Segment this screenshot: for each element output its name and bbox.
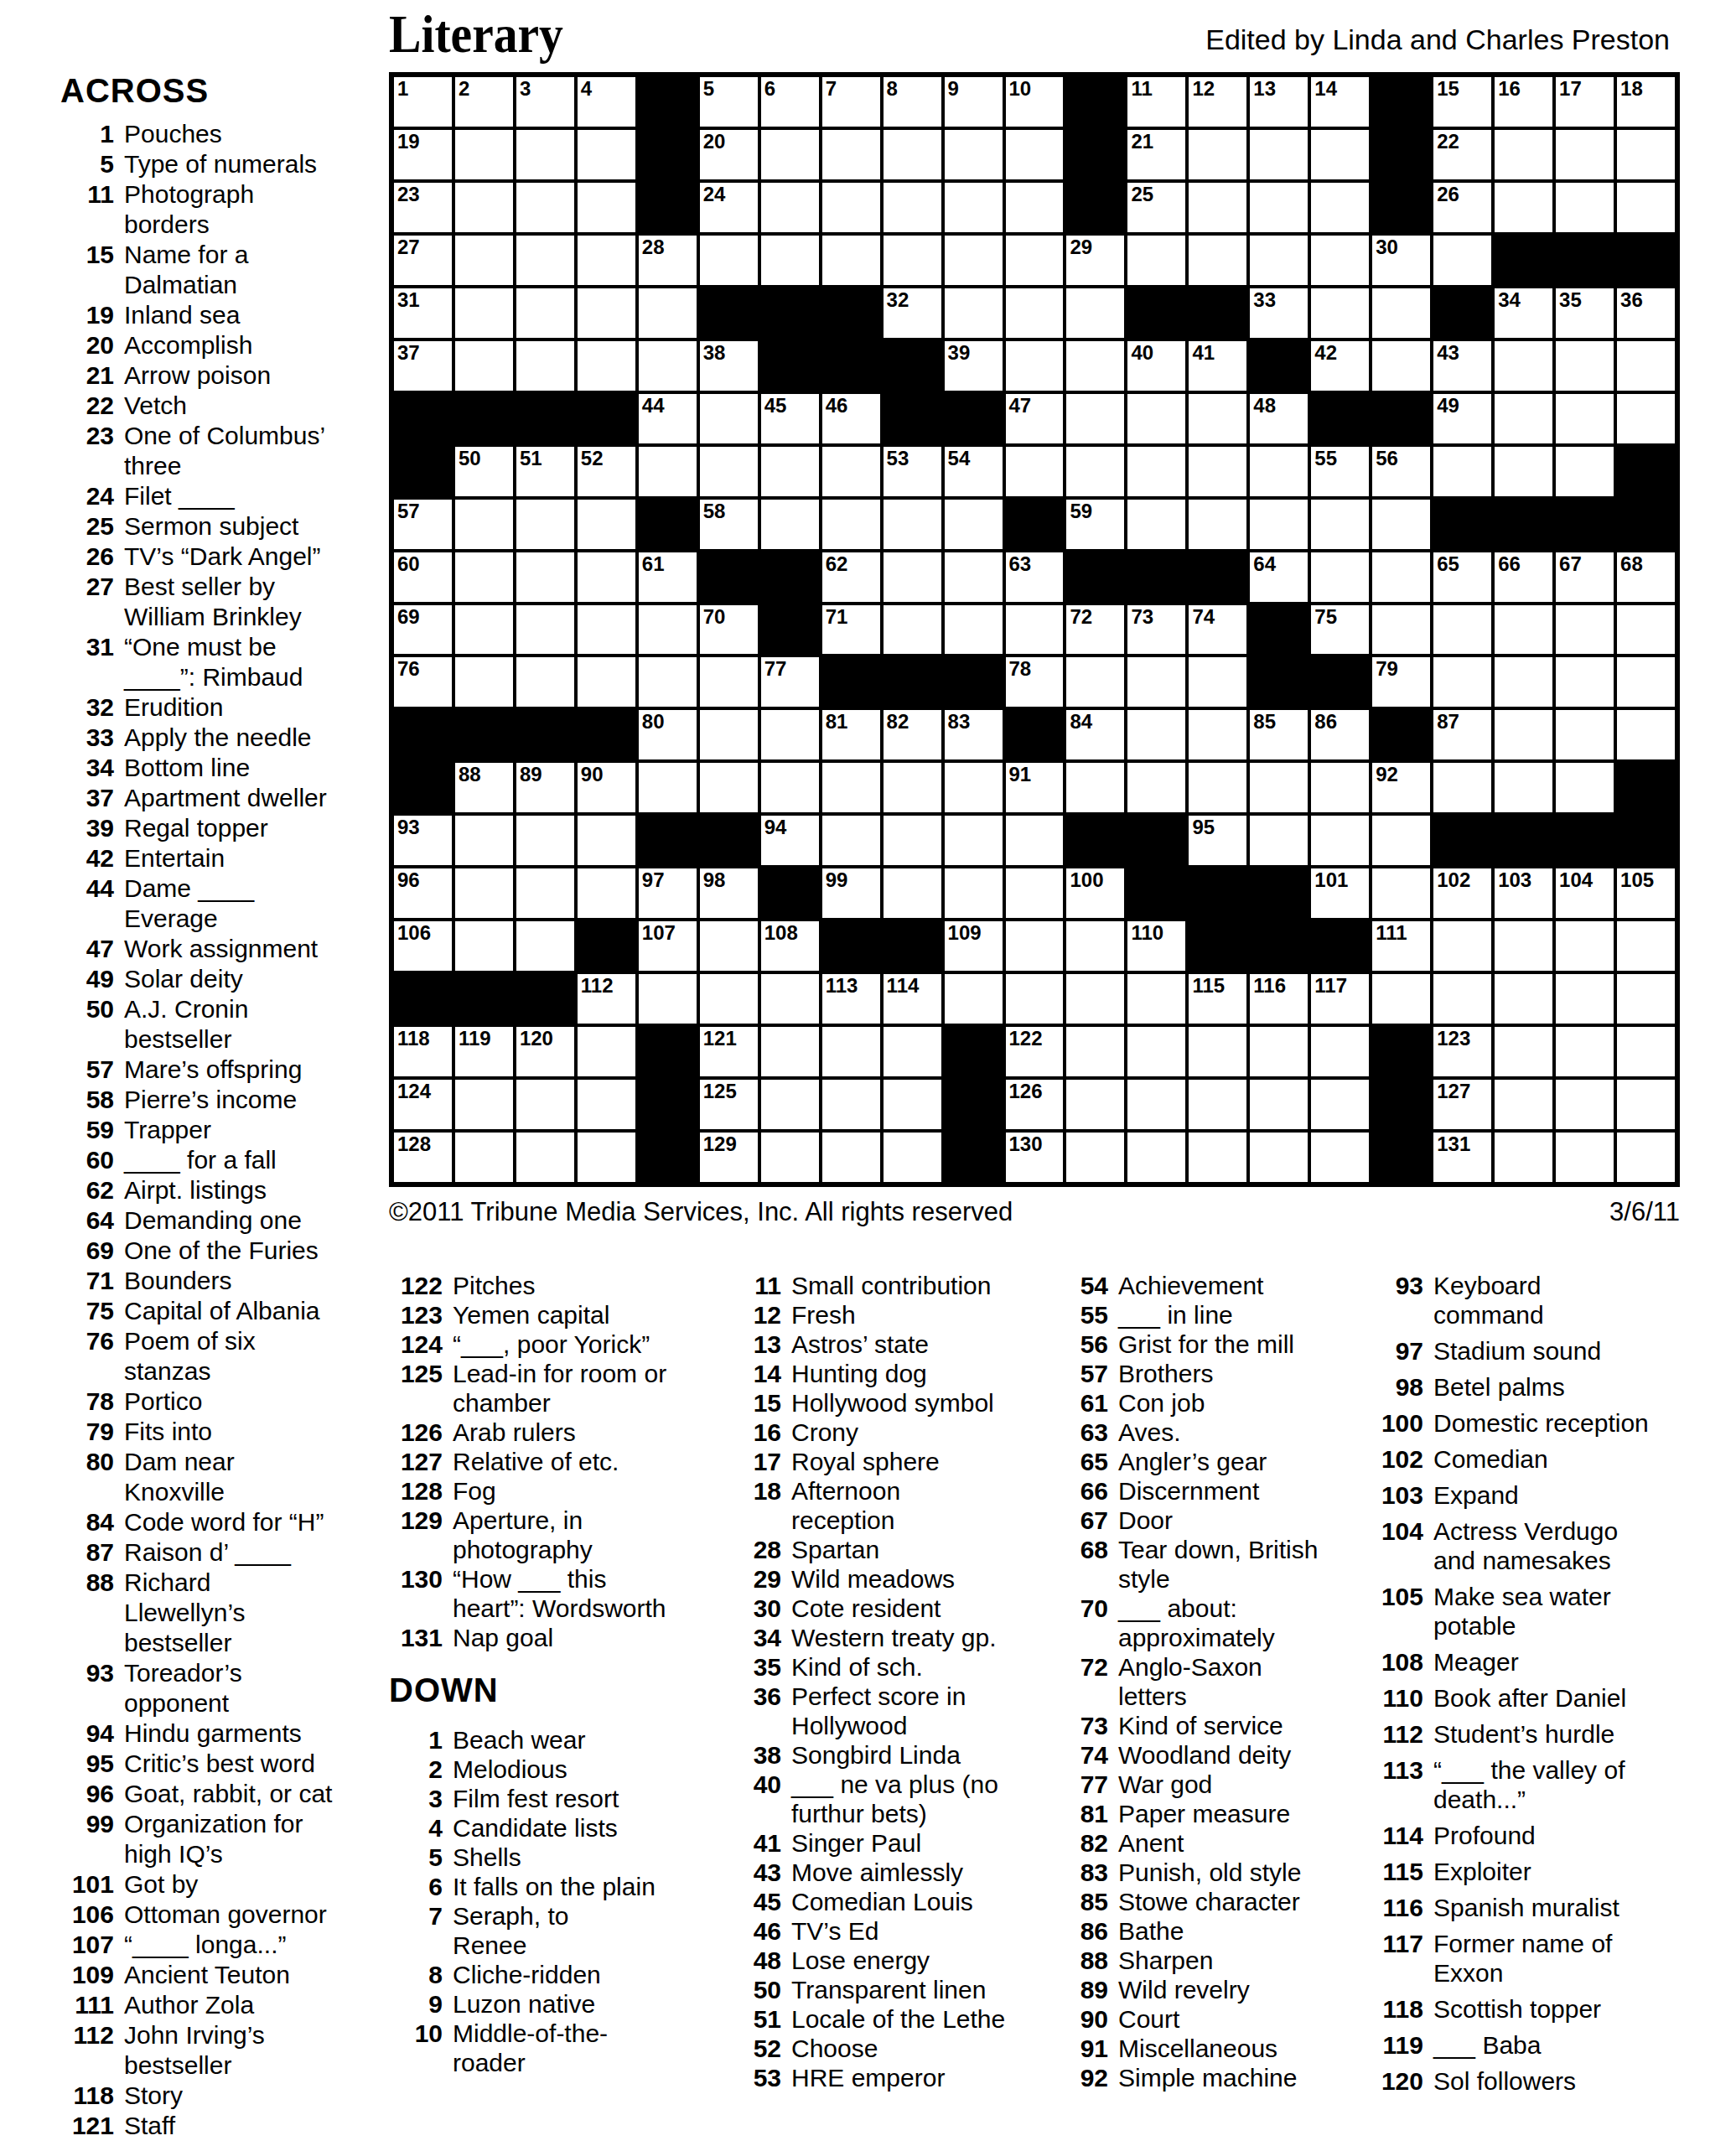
grid-cell-r6c16[interactable]: 42 (1311, 341, 1369, 391)
grid-cell-r9c17[interactable] (1372, 500, 1430, 549)
grid-cell-r10c5[interactable]: 61 (639, 552, 697, 602)
grid-cell-r19c2[interactable]: 119 (455, 1027, 513, 1076)
grid-cell-r17c17[interactable]: 111 (1372, 921, 1430, 971)
grid-cell-r14c6[interactable] (700, 763, 758, 812)
grid-cell-r8c7[interactable] (761, 447, 819, 496)
grid-cell-r16c6[interactable]: 98 (700, 868, 758, 918)
grid-cell-r2c16[interactable] (1311, 130, 1369, 179)
grid-cell-r11c5[interactable] (639, 605, 697, 655)
grid-cell-r11c21[interactable] (1617, 605, 1675, 655)
grid-cell-r20c8[interactable] (822, 1080, 880, 1129)
grid-cell-r21c6[interactable]: 129 (700, 1133, 758, 1182)
grid-cell-r1c16[interactable]: 14 (1311, 77, 1369, 127)
grid-cell-r13c9[interactable]: 82 (884, 710, 941, 759)
grid-cell-r10c16[interactable] (1311, 552, 1369, 602)
grid-cell-r21c16[interactable] (1311, 1133, 1369, 1182)
grid-cell-r6c20[interactable] (1556, 341, 1614, 391)
grid-cell-r19c4[interactable] (578, 1027, 635, 1076)
grid-cell-r14c14[interactable] (1189, 763, 1246, 812)
grid-cell-r4c7[interactable] (761, 236, 819, 285)
grid-cell-r3c15[interactable] (1250, 183, 1308, 232)
grid-cell-r9c13[interactable] (1127, 500, 1185, 549)
grid-cell-r10c9[interactable] (884, 552, 941, 602)
grid-cell-r1c6[interactable]: 5 (700, 77, 758, 127)
grid-cell-r7c6[interactable] (700, 394, 758, 443)
grid-cell-r20c2[interactable] (455, 1080, 513, 1129)
grid-cell-r21c15[interactable] (1250, 1133, 1308, 1182)
grid-cell-r19c15[interactable] (1250, 1027, 1308, 1076)
grid-cell-r17c11[interactable] (1006, 921, 1064, 971)
grid-cell-r20c12[interactable] (1066, 1080, 1124, 1129)
grid-cell-r13c6[interactable] (700, 710, 758, 759)
grid-cell-r21c20[interactable] (1556, 1133, 1614, 1182)
grid-cell-r15c17[interactable] (1372, 816, 1430, 865)
grid-cell-r13c7[interactable] (761, 710, 819, 759)
grid-cell-r8c3[interactable]: 51 (516, 447, 574, 496)
grid-cell-r20c3[interactable] (516, 1080, 574, 1129)
grid-cell-r5c2[interactable] (455, 288, 513, 338)
grid-cell-r13c15[interactable]: 85 (1250, 710, 1308, 759)
grid-cell-r16c8[interactable]: 99 (822, 868, 880, 918)
grid-cell-r18c12[interactable] (1066, 974, 1124, 1024)
grid-cell-r15c16[interactable] (1311, 816, 1369, 865)
grid-cell-r4c14[interactable] (1189, 236, 1246, 285)
grid-cell-r12c6[interactable] (700, 657, 758, 707)
grid-cell-r7c19[interactable] (1495, 394, 1552, 443)
grid-cell-r17c13[interactable]: 110 (1127, 921, 1185, 971)
grid-cell-r5c12[interactable] (1066, 288, 1124, 338)
grid-cell-r14c9[interactable] (884, 763, 941, 812)
grid-cell-r17c3[interactable] (516, 921, 574, 971)
grid-cell-r4c8[interactable] (822, 236, 880, 285)
grid-cell-r16c11[interactable] (1006, 868, 1064, 918)
grid-cell-r5c4[interactable] (578, 288, 635, 338)
grid-cell-r5c1[interactable]: 31 (394, 288, 452, 338)
grid-cell-r12c13[interactable] (1127, 657, 1185, 707)
grid-cell-r4c18[interactable] (1433, 236, 1491, 285)
grid-cell-r8c9[interactable]: 53 (884, 447, 941, 496)
grid-cell-r10c21[interactable]: 68 (1617, 552, 1675, 602)
grid-cell-r18c10[interactable] (945, 974, 1003, 1024)
grid-cell-r14c10[interactable] (945, 763, 1003, 812)
grid-cell-r20c20[interactable] (1556, 1080, 1614, 1129)
grid-cell-r9c2[interactable] (455, 500, 513, 549)
grid-cell-r5c15[interactable]: 33 (1250, 288, 1308, 338)
grid-cell-r11c18[interactable] (1433, 605, 1491, 655)
grid-cell-r13c5[interactable]: 80 (639, 710, 697, 759)
grid-cell-r9c9[interactable] (884, 500, 941, 549)
grid-cell-r20c16[interactable] (1311, 1080, 1369, 1129)
grid-cell-r11c8[interactable]: 71 (822, 605, 880, 655)
grid-cell-r12c21[interactable] (1617, 657, 1675, 707)
grid-cell-r5c19[interactable]: 34 (1495, 288, 1552, 338)
grid-cell-r8c16[interactable]: 55 (1311, 447, 1369, 496)
grid-cell-r11c16[interactable]: 75 (1311, 605, 1369, 655)
grid-cell-r8c17[interactable]: 56 (1372, 447, 1430, 496)
grid-cell-r9c15[interactable] (1250, 500, 1308, 549)
grid-cell-r6c5[interactable] (639, 341, 697, 391)
grid-cell-r5c3[interactable] (516, 288, 574, 338)
grid-cell-r16c19[interactable]: 103 (1495, 868, 1552, 918)
grid-cell-r3c8[interactable] (822, 183, 880, 232)
grid-cell-r4c3[interactable] (516, 236, 574, 285)
grid-cell-r1c14[interactable]: 12 (1189, 77, 1246, 127)
grid-cell-r9c6[interactable]: 58 (700, 500, 758, 549)
grid-cell-r21c18[interactable]: 131 (1433, 1133, 1491, 1182)
grid-cell-r1c15[interactable]: 13 (1250, 77, 1308, 127)
grid-cell-r18c5[interactable] (639, 974, 697, 1024)
grid-cell-r2c7[interactable] (761, 130, 819, 179)
grid-cell-r12c5[interactable] (639, 657, 697, 707)
grid-cell-r21c8[interactable] (822, 1133, 880, 1182)
grid-cell-r5c11[interactable] (1006, 288, 1064, 338)
grid-cell-r4c6[interactable] (700, 236, 758, 285)
grid-cell-r6c2[interactable] (455, 341, 513, 391)
grid-cell-r16c3[interactable] (516, 868, 574, 918)
grid-cell-r8c19[interactable] (1495, 447, 1552, 496)
grid-cell-r16c12[interactable]: 100 (1066, 868, 1124, 918)
grid-cell-r7c21[interactable] (1617, 394, 1675, 443)
grid-cell-r17c7[interactable]: 108 (761, 921, 819, 971)
grid-cell-r21c2[interactable] (455, 1133, 513, 1182)
grid-cell-r3c13[interactable]: 25 (1127, 183, 1185, 232)
grid-cell-r17c18[interactable] (1433, 921, 1491, 971)
grid-cell-r13c19[interactable] (1495, 710, 1552, 759)
grid-cell-r13c14[interactable] (1189, 710, 1246, 759)
grid-cell-r18c18[interactable] (1433, 974, 1491, 1024)
grid-cell-r14c2[interactable]: 88 (455, 763, 513, 812)
grid-cell-r11c4[interactable] (578, 605, 635, 655)
grid-cell-r3c3[interactable] (516, 183, 574, 232)
grid-cell-r1c13[interactable]: 11 (1127, 77, 1185, 127)
grid-cell-r4c5[interactable]: 28 (639, 236, 697, 285)
grid-cell-r18c9[interactable]: 114 (884, 974, 941, 1024)
grid-cell-r11c1[interactable]: 69 (394, 605, 452, 655)
grid-cell-r8c15[interactable] (1250, 447, 1308, 496)
grid-cell-r8c6[interactable] (700, 447, 758, 496)
grid-cell-r11c12[interactable]: 72 (1066, 605, 1124, 655)
grid-cell-r19c6[interactable]: 121 (700, 1027, 758, 1076)
grid-cell-r12c12[interactable] (1066, 657, 1124, 707)
grid-cell-r7c11[interactable]: 47 (1006, 394, 1064, 443)
grid-cell-r21c13[interactable] (1127, 1133, 1185, 1182)
grid-cell-r8c8[interactable] (822, 447, 880, 496)
grid-cell-r13c13[interactable] (1127, 710, 1185, 759)
grid-cell-r7c7[interactable]: 45 (761, 394, 819, 443)
grid-cell-r5c20[interactable]: 35 (1556, 288, 1614, 338)
grid-cell-r13c8[interactable]: 81 (822, 710, 880, 759)
grid-cell-r12c14[interactable] (1189, 657, 1246, 707)
grid-cell-r3c7[interactable] (761, 183, 819, 232)
grid-cell-r3c1[interactable]: 23 (394, 183, 452, 232)
grid-cell-r9c16[interactable] (1311, 500, 1369, 549)
grid-cell-r20c14[interactable] (1189, 1080, 1246, 1129)
grid-cell-r11c10[interactable] (945, 605, 1003, 655)
grid-cell-r19c1[interactable]: 118 (394, 1027, 452, 1076)
grid-cell-r5c9[interactable]: 32 (884, 288, 941, 338)
grid-cell-r15c15[interactable] (1250, 816, 1308, 865)
grid-cell-r19c21[interactable] (1617, 1027, 1675, 1076)
grid-cell-r20c21[interactable] (1617, 1080, 1675, 1129)
grid-cell-r19c3[interactable]: 120 (516, 1027, 574, 1076)
grid-cell-r8c12[interactable] (1066, 447, 1124, 496)
grid-cell-r2c15[interactable] (1250, 130, 1308, 179)
grid-cell-r6c12[interactable] (1066, 341, 1124, 391)
grid-cell-r2c14[interactable] (1189, 130, 1246, 179)
grid-cell-r16c9[interactable] (884, 868, 941, 918)
grid-cell-r18c7[interactable] (761, 974, 819, 1024)
grid-cell-r11c6[interactable]: 70 (700, 605, 758, 655)
grid-cell-r4c15[interactable] (1250, 236, 1308, 285)
grid-cell-r1c10[interactable]: 9 (945, 77, 1003, 127)
grid-cell-r4c1[interactable]: 27 (394, 236, 452, 285)
grid-cell-r18c4[interactable]: 112 (578, 974, 635, 1024)
grid-cell-r1c19[interactable]: 16 (1495, 77, 1552, 127)
grid-cell-r12c20[interactable] (1556, 657, 1614, 707)
grid-cell-r2c11[interactable] (1006, 130, 1064, 179)
grid-cell-r12c19[interactable] (1495, 657, 1552, 707)
grid-cell-r14c20[interactable] (1556, 763, 1614, 812)
grid-cell-r17c20[interactable] (1556, 921, 1614, 971)
grid-cell-r8c5[interactable] (639, 447, 697, 496)
grid-cell-r20c19[interactable] (1495, 1080, 1552, 1129)
grid-cell-r10c11[interactable]: 63 (1006, 552, 1064, 602)
grid-cell-r21c9[interactable] (884, 1133, 941, 1182)
grid-cell-r15c2[interactable] (455, 816, 513, 865)
grid-cell-r20c18[interactable]: 127 (1433, 1080, 1491, 1129)
grid-cell-r10c15[interactable]: 64 (1250, 552, 1308, 602)
grid-cell-r18c13[interactable] (1127, 974, 1185, 1024)
grid-cell-r19c9[interactable] (884, 1027, 941, 1076)
grid-cell-r14c18[interactable] (1433, 763, 1491, 812)
grid-cell-r1c4[interactable]: 4 (578, 77, 635, 127)
grid-cell-r18c11[interactable] (1006, 974, 1064, 1024)
grid-cell-r13c10[interactable]: 83 (945, 710, 1003, 759)
grid-cell-r14c12[interactable] (1066, 763, 1124, 812)
grid-cell-r4c17[interactable]: 30 (1372, 236, 1430, 285)
grid-cell-r17c12[interactable] (1066, 921, 1124, 971)
grid-cell-r6c6[interactable]: 38 (700, 341, 758, 391)
grid-cell-r20c9[interactable] (884, 1080, 941, 1129)
grid-cell-r21c4[interactable] (578, 1133, 635, 1182)
grid-cell-r8c4[interactable]: 52 (578, 447, 635, 496)
grid-cell-r9c1[interactable]: 57 (394, 500, 452, 549)
grid-cell-r14c4[interactable]: 90 (578, 763, 635, 812)
grid-cell-r11c20[interactable] (1556, 605, 1614, 655)
grid-cell-r10c10[interactable] (945, 552, 1003, 602)
grid-cell-r20c1[interactable]: 124 (394, 1080, 452, 1129)
grid-cell-r9c7[interactable] (761, 500, 819, 549)
grid-cell-r15c3[interactable] (516, 816, 574, 865)
grid-cell-r14c13[interactable] (1127, 763, 1185, 812)
grid-cell-r11c14[interactable]: 74 (1189, 605, 1246, 655)
grid-cell-r8c18[interactable] (1433, 447, 1491, 496)
grid-cell-r3c18[interactable]: 26 (1433, 183, 1491, 232)
grid-cell-r12c2[interactable] (455, 657, 513, 707)
grid-cell-r5c10[interactable] (945, 288, 1003, 338)
grid-cell-r8c20[interactable] (1556, 447, 1614, 496)
grid-cell-r11c9[interactable] (884, 605, 941, 655)
grid-cell-r10c3[interactable] (516, 552, 574, 602)
grid-cell-r12c3[interactable] (516, 657, 574, 707)
grid-cell-r1c2[interactable]: 2 (455, 77, 513, 127)
grid-cell-r3c4[interactable] (578, 183, 635, 232)
grid-cell-r13c16[interactable]: 86 (1311, 710, 1369, 759)
grid-cell-r16c17[interactable] (1372, 868, 1430, 918)
grid-cell-r21c7[interactable] (761, 1133, 819, 1182)
grid-cell-r15c7[interactable]: 94 (761, 816, 819, 865)
grid-cell-r20c15[interactable] (1250, 1080, 1308, 1129)
grid-cell-r1c7[interactable]: 6 (761, 77, 819, 127)
grid-cell-r2c20[interactable] (1556, 130, 1614, 179)
grid-cell-r10c18[interactable]: 65 (1433, 552, 1491, 602)
grid-cell-r10c1[interactable]: 60 (394, 552, 452, 602)
grid-cell-r14c5[interactable] (639, 763, 697, 812)
grid-cell-r19c11[interactable]: 122 (1006, 1027, 1064, 1076)
grid-cell-r7c8[interactable]: 46 (822, 394, 880, 443)
grid-cell-r2c8[interactable] (822, 130, 880, 179)
grid-cell-r16c4[interactable] (578, 868, 635, 918)
grid-cell-r7c20[interactable] (1556, 394, 1614, 443)
grid-cell-r15c1[interactable]: 93 (394, 816, 452, 865)
grid-cell-r17c5[interactable]: 107 (639, 921, 697, 971)
grid-cell-r16c1[interactable]: 96 (394, 868, 452, 918)
grid-cell-r19c12[interactable] (1066, 1027, 1124, 1076)
grid-cell-r16c2[interactable] (455, 868, 513, 918)
grid-cell-r6c21[interactable] (1617, 341, 1675, 391)
grid-cell-r5c5[interactable] (639, 288, 697, 338)
grid-cell-r9c14[interactable] (1189, 500, 1246, 549)
grid-cell-r4c11[interactable] (1006, 236, 1064, 285)
grid-cell-r21c21[interactable] (1617, 1133, 1675, 1182)
grid-cell-r3c2[interactable] (455, 183, 513, 232)
grid-cell-r21c19[interactable] (1495, 1133, 1552, 1182)
grid-cell-r9c8[interactable] (822, 500, 880, 549)
grid-cell-r19c8[interactable] (822, 1027, 880, 1076)
grid-cell-r6c13[interactable]: 40 (1127, 341, 1185, 391)
grid-cell-r20c7[interactable] (761, 1080, 819, 1129)
grid-cell-r2c4[interactable] (578, 130, 635, 179)
grid-cell-r18c8[interactable]: 113 (822, 974, 880, 1024)
grid-cell-r16c16[interactable]: 101 (1311, 868, 1369, 918)
grid-cell-r18c19[interactable] (1495, 974, 1552, 1024)
grid-cell-r8c2[interactable]: 50 (455, 447, 513, 496)
grid-cell-r14c7[interactable] (761, 763, 819, 812)
grid-cell-r19c7[interactable] (761, 1027, 819, 1076)
grid-cell-r6c14[interactable]: 41 (1189, 341, 1246, 391)
grid-cell-r2c2[interactable] (455, 130, 513, 179)
grid-cell-r7c14[interactable] (1189, 394, 1246, 443)
grid-cell-r3c16[interactable] (1311, 183, 1369, 232)
grid-cell-r21c14[interactable] (1189, 1133, 1246, 1182)
grid-cell-r19c13[interactable] (1127, 1027, 1185, 1076)
grid-cell-r6c17[interactable] (1372, 341, 1430, 391)
grid-cell-r21c1[interactable]: 128 (394, 1133, 452, 1182)
grid-cell-r16c20[interactable]: 104 (1556, 868, 1614, 918)
grid-cell-r17c6[interactable] (700, 921, 758, 971)
grid-cell-r18c21[interactable] (1617, 974, 1675, 1024)
grid-cell-r8c11[interactable] (1006, 447, 1064, 496)
grid-cell-r18c17[interactable] (1372, 974, 1430, 1024)
grid-cell-r14c17[interactable]: 92 (1372, 763, 1430, 812)
grid-cell-r15c10[interactable] (945, 816, 1003, 865)
grid-cell-r11c11[interactable] (1006, 605, 1064, 655)
grid-cell-r8c10[interactable]: 54 (945, 447, 1003, 496)
grid-cell-r10c4[interactable] (578, 552, 635, 602)
grid-cell-r17c1[interactable]: 106 (394, 921, 452, 971)
grid-cell-r3c14[interactable] (1189, 183, 1246, 232)
grid-cell-r16c18[interactable]: 102 (1433, 868, 1491, 918)
grid-cell-r6c3[interactable] (516, 341, 574, 391)
grid-cell-r21c3[interactable] (516, 1133, 574, 1182)
grid-cell-r12c17[interactable]: 79 (1372, 657, 1430, 707)
grid-cell-r14c19[interactable] (1495, 763, 1552, 812)
grid-cell-r6c11[interactable] (1006, 341, 1064, 391)
grid-cell-r11c2[interactable] (455, 605, 513, 655)
grid-cell-r16c5[interactable]: 97 (639, 868, 697, 918)
grid-cell-r14c11[interactable]: 91 (1006, 763, 1064, 812)
grid-cell-r5c21[interactable]: 36 (1617, 288, 1675, 338)
grid-cell-r7c18[interactable]: 49 (1433, 394, 1491, 443)
grid-cell-r11c13[interactable]: 73 (1127, 605, 1185, 655)
grid-cell-r17c2[interactable] (455, 921, 513, 971)
grid-cell-r2c21[interactable] (1617, 130, 1675, 179)
grid-cell-r2c13[interactable]: 21 (1127, 130, 1185, 179)
grid-cell-r4c13[interactable] (1127, 236, 1185, 285)
grid-cell-r4c4[interactable] (578, 236, 635, 285)
grid-cell-r1c11[interactable]: 10 (1006, 77, 1064, 127)
grid-cell-r13c20[interactable] (1556, 710, 1614, 759)
grid-cell-r2c6[interactable]: 20 (700, 130, 758, 179)
grid-cell-r10c8[interactable]: 62 (822, 552, 880, 602)
grid-cell-r13c12[interactable]: 84 (1066, 710, 1124, 759)
grid-cell-r18c20[interactable] (1556, 974, 1614, 1024)
grid-cell-r1c18[interactable]: 15 (1433, 77, 1491, 127)
grid-cell-r5c17[interactable] (1372, 288, 1430, 338)
grid-cell-r19c19[interactable] (1495, 1027, 1552, 1076)
grid-cell-r12c11[interactable]: 78 (1006, 657, 1064, 707)
grid-cell-r14c15[interactable] (1250, 763, 1308, 812)
grid-cell-r16c10[interactable] (945, 868, 1003, 918)
grid-cell-r21c11[interactable]: 130 (1006, 1133, 1064, 1182)
grid-cell-r3c9[interactable] (884, 183, 941, 232)
grid-cell-r9c4[interactable] (578, 500, 635, 549)
grid-cell-r20c4[interactable] (578, 1080, 635, 1129)
grid-cell-r11c3[interactable] (516, 605, 574, 655)
grid-cell-r15c14[interactable]: 95 (1189, 816, 1246, 865)
grid-cell-r3c6[interactable]: 24 (700, 183, 758, 232)
grid-cell-r1c3[interactable]: 3 (516, 77, 574, 127)
grid-cell-r8c14[interactable] (1189, 447, 1246, 496)
grid-cell-r2c19[interactable] (1495, 130, 1552, 179)
grid-cell-r7c12[interactable] (1066, 394, 1124, 443)
grid-cell-r9c10[interactable] (945, 500, 1003, 549)
grid-cell-r6c18[interactable]: 43 (1433, 341, 1491, 391)
grid-cell-r18c16[interactable]: 117 (1311, 974, 1369, 1024)
grid-cell-r20c13[interactable] (1127, 1080, 1185, 1129)
grid-cell-r10c17[interactable] (1372, 552, 1430, 602)
grid-cell-r16c21[interactable]: 105 (1617, 868, 1675, 918)
grid-cell-r15c9[interactable] (884, 816, 941, 865)
grid-cell-r13c18[interactable]: 87 (1433, 710, 1491, 759)
grid-cell-r20c6[interactable]: 125 (700, 1080, 758, 1129)
grid-cell-r6c19[interactable] (1495, 341, 1552, 391)
grid-cell-r10c20[interactable]: 67 (1556, 552, 1614, 602)
grid-cell-r17c21[interactable] (1617, 921, 1675, 971)
grid-cell-r19c18[interactable]: 123 (1433, 1027, 1491, 1076)
grid-cell-r9c12[interactable]: 59 (1066, 500, 1124, 549)
grid-cell-r4c16[interactable] (1311, 236, 1369, 285)
